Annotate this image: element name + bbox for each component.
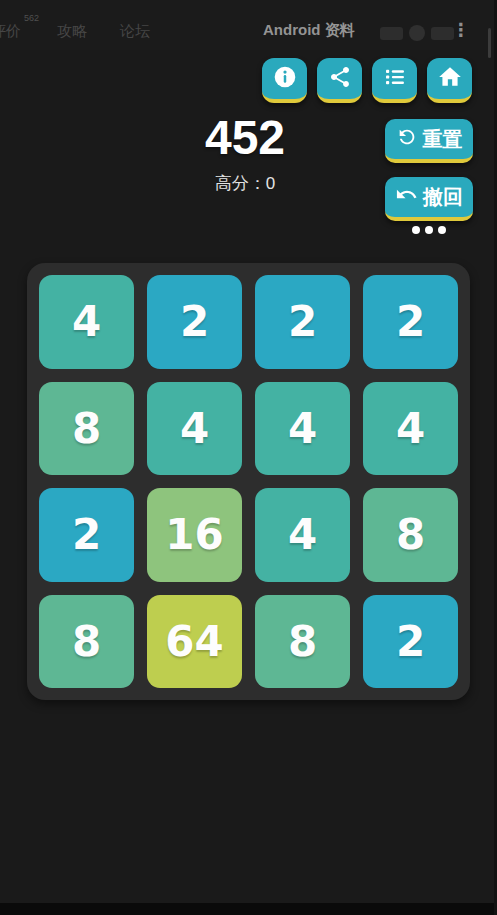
list-icon (383, 65, 407, 92)
home-icon (437, 64, 463, 93)
reset-icon (396, 126, 418, 153)
dimmed-icon (431, 27, 454, 40)
app-toolbar: 评价 562 攻略 论坛 Android 资料 ⋮ (0, 0, 497, 50)
icon-button-row (262, 58, 472, 103)
reset-button[interactable]: 重置 (385, 119, 473, 163)
share-button[interactable] (317, 58, 362, 103)
tile-2: 2 (363, 595, 458, 689)
info-button[interactable] (262, 58, 307, 103)
scrollbar-thumb[interactable] (488, 28, 491, 58)
tab-android-info-label: Android 资料 (263, 21, 355, 38)
undo-button-label: 撤回 (423, 184, 463, 211)
dot (438, 226, 446, 234)
score-value: 452 (105, 110, 385, 165)
overflow-menu-icon[interactable]: ⋮ (452, 19, 470, 41)
tab-forum[interactable]: 论坛 (120, 22, 150, 41)
tile-4: 4 (255, 488, 350, 582)
list-button[interactable] (372, 58, 417, 103)
tile-2: 2 (255, 275, 350, 369)
tab-android-info[interactable]: Android 资料 (263, 21, 355, 40)
tab-reviews[interactable]: 评价 562 (0, 22, 21, 41)
reset-button-label: 重置 (423, 126, 463, 153)
bottom-bar (0, 903, 497, 915)
tile-64: 64 (147, 595, 242, 689)
share-icon (328, 65, 352, 92)
tile-8: 8 (39, 382, 134, 476)
game-board[interactable]: 422284442164886482 (27, 263, 470, 700)
tab-reviews-label: 评价 (0, 22, 21, 39)
undo-button[interactable]: 撤回 (385, 177, 473, 221)
tile-4: 4 (147, 382, 242, 476)
tab-guide[interactable]: 攻略 (57, 22, 87, 41)
tile-2: 2 (147, 275, 242, 369)
dimmed-toolbar-icons (380, 25, 454, 41)
dimmed-avatar-icon (409, 25, 425, 41)
tile-2: 2 (363, 275, 458, 369)
dot (425, 226, 433, 234)
tile-4: 4 (39, 275, 134, 369)
tile-4: 4 (363, 382, 458, 476)
tile-16: 16 (147, 488, 242, 582)
high-score-label: 高分：0 (105, 172, 385, 195)
dimmed-icon (380, 27, 403, 40)
tile-8: 8 (363, 488, 458, 582)
info-icon (272, 64, 298, 93)
tile-4: 4 (255, 382, 350, 476)
dot (412, 226, 420, 234)
page-indicator-dots (385, 226, 473, 234)
tab-forum-label: 论坛 (120, 22, 150, 39)
tile-8: 8 (255, 595, 350, 689)
tile-2: 2 (39, 488, 134, 582)
tile-8: 8 (39, 595, 134, 689)
home-button[interactable] (427, 58, 472, 103)
tab-guide-label: 攻略 (57, 22, 87, 39)
reviews-count-badge: 562 (24, 13, 39, 23)
undo-icon (395, 183, 418, 211)
